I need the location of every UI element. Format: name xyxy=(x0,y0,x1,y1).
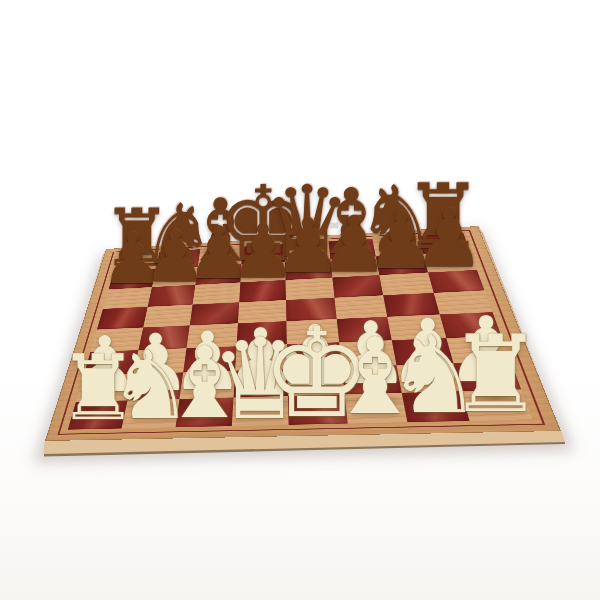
square-f4 xyxy=(336,317,391,342)
square-c2 xyxy=(179,371,234,399)
square-f1 xyxy=(344,393,407,424)
square-d1 xyxy=(231,396,288,426)
square-c4 xyxy=(187,323,238,348)
square-h5 xyxy=(433,290,492,314)
square-f6 xyxy=(332,275,383,297)
square-e3 xyxy=(287,342,341,369)
square-g6 xyxy=(379,272,433,295)
square-a1 xyxy=(68,400,127,429)
square-c5 xyxy=(190,302,239,325)
square-g4 xyxy=(387,314,446,340)
square-g1 xyxy=(402,391,469,422)
square-d7 xyxy=(240,261,286,282)
square-b1 xyxy=(121,399,179,429)
square-e7 xyxy=(285,259,332,280)
square-e2 xyxy=(287,367,344,396)
square-e6 xyxy=(286,278,335,300)
square-f5 xyxy=(334,295,387,319)
square-a2 xyxy=(76,374,133,402)
chess-board xyxy=(45,226,561,441)
square-g3 xyxy=(392,338,453,365)
square-b5 xyxy=(143,304,193,327)
square-d2 xyxy=(233,369,288,397)
square-a4 xyxy=(90,327,142,351)
square-d6 xyxy=(239,280,286,302)
square-a3 xyxy=(83,350,138,376)
square-f2 xyxy=(341,365,401,394)
square-e1 xyxy=(288,394,347,425)
square-b4 xyxy=(138,325,190,350)
square-f3 xyxy=(339,340,397,367)
square-c3 xyxy=(183,346,236,372)
square-f7 xyxy=(330,256,379,277)
square-h1 xyxy=(461,389,533,421)
board-border xyxy=(45,226,561,441)
square-g2 xyxy=(396,363,460,392)
square-g7 xyxy=(376,254,428,275)
square-h7 xyxy=(422,251,477,273)
square-g5 xyxy=(383,293,439,317)
square-b2 xyxy=(127,372,183,400)
square-h6 xyxy=(428,270,485,293)
square-d5 xyxy=(238,300,287,323)
chess-set-photo: ♜♞♝♚♛♝♞♜♟♟♟♟♟♟♟♟♟♟♟♟♟♟♟♟♜♞♝♛♚♝♞♜ xyxy=(0,0,600,600)
square-h2 xyxy=(453,361,521,391)
square-c7 xyxy=(195,264,241,285)
square-c1 xyxy=(176,397,234,427)
square-e4 xyxy=(286,319,338,344)
square-d4 xyxy=(236,321,287,346)
square-a5 xyxy=(97,307,147,330)
square-b3 xyxy=(133,348,187,374)
square-c6 xyxy=(193,282,240,304)
square-b6 xyxy=(147,285,195,307)
square-a6 xyxy=(103,287,152,309)
square-h4 xyxy=(439,312,501,338)
square-d3 xyxy=(235,344,288,371)
square-e5 xyxy=(286,297,336,321)
square-h3 xyxy=(446,336,511,364)
board-squares xyxy=(68,233,532,429)
